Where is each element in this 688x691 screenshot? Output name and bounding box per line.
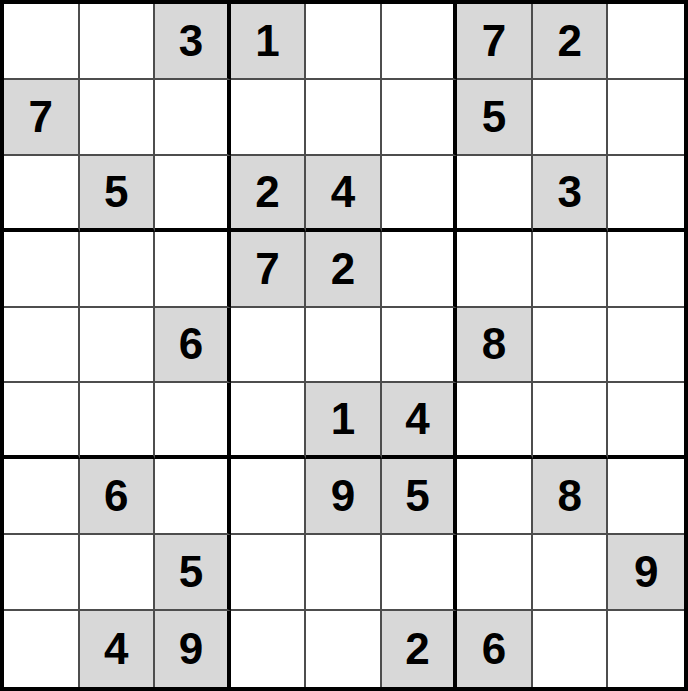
cell-r5c3: 6 — [155, 308, 231, 384]
cell-r5c9[interactable] — [608, 308, 684, 384]
cell-r5c5[interactable] — [306, 308, 382, 384]
cell-r7c8: 8 — [533, 459, 609, 535]
cell-r1c2[interactable] — [80, 4, 156, 80]
cell-r2c9[interactable] — [608, 80, 684, 156]
cell-r1c4: 1 — [231, 4, 307, 80]
cell-r2c3[interactable] — [155, 80, 231, 156]
cell-r4c3[interactable] — [155, 232, 231, 308]
cell-r3c4: 2 — [231, 156, 307, 232]
cell-r9c5[interactable] — [306, 611, 382, 687]
cell-r7c9[interactable] — [608, 459, 684, 535]
cell-r8c2[interactable] — [80, 535, 156, 611]
cell-r1c8: 2 — [533, 4, 609, 80]
cell-r9c9[interactable] — [608, 611, 684, 687]
cell-r2c1: 7 — [4, 80, 80, 156]
cell-r6c6: 4 — [382, 383, 458, 459]
sudoku-board: 31727552437268146958594926 — [0, 0, 688, 691]
cell-r3c1[interactable] — [4, 156, 80, 232]
cell-r9c1[interactable] — [4, 611, 80, 687]
cell-r1c1[interactable] — [4, 4, 80, 80]
cell-r4c8[interactable] — [533, 232, 609, 308]
cell-r1c6[interactable] — [382, 4, 458, 80]
cell-r8c6[interactable] — [382, 535, 458, 611]
cell-r7c2: 6 — [80, 459, 156, 535]
cell-r1c9[interactable] — [608, 4, 684, 80]
cell-r6c7[interactable] — [457, 383, 533, 459]
cell-r2c7: 5 — [457, 80, 533, 156]
cell-r4c1[interactable] — [4, 232, 80, 308]
cell-r4c5: 2 — [306, 232, 382, 308]
cell-r2c2[interactable] — [80, 80, 156, 156]
cell-r4c4: 7 — [231, 232, 307, 308]
cell-r6c9[interactable] — [608, 383, 684, 459]
cell-r5c2[interactable] — [80, 308, 156, 384]
cell-r6c5: 1 — [306, 383, 382, 459]
cell-r8c4[interactable] — [231, 535, 307, 611]
cell-r7c4[interactable] — [231, 459, 307, 535]
cell-r3c8: 3 — [533, 156, 609, 232]
cell-r7c3[interactable] — [155, 459, 231, 535]
cell-r4c9[interactable] — [608, 232, 684, 308]
cell-r8c8[interactable] — [533, 535, 609, 611]
cell-r1c3: 3 — [155, 4, 231, 80]
cell-r4c6[interactable] — [382, 232, 458, 308]
cell-r8c5[interactable] — [306, 535, 382, 611]
cell-r5c8[interactable] — [533, 308, 609, 384]
cell-r3c3[interactable] — [155, 156, 231, 232]
cell-r3c2: 5 — [80, 156, 156, 232]
cell-r9c3: 9 — [155, 611, 231, 687]
cell-r9c7: 6 — [457, 611, 533, 687]
cell-r5c7: 8 — [457, 308, 533, 384]
cell-r3c6[interactable] — [382, 156, 458, 232]
cell-r8c3: 5 — [155, 535, 231, 611]
cell-r8c9: 9 — [608, 535, 684, 611]
cell-r7c6: 5 — [382, 459, 458, 535]
cell-r1c5[interactable] — [306, 4, 382, 80]
cell-r7c5: 9 — [306, 459, 382, 535]
cell-r8c1[interactable] — [4, 535, 80, 611]
cell-r5c4[interactable] — [231, 308, 307, 384]
cell-r9c8[interactable] — [533, 611, 609, 687]
cell-r1c7: 7 — [457, 4, 533, 80]
cell-r7c7[interactable] — [457, 459, 533, 535]
cell-r9c4[interactable] — [231, 611, 307, 687]
cell-r3c5: 4 — [306, 156, 382, 232]
cell-r3c7[interactable] — [457, 156, 533, 232]
cell-r7c1[interactable] — [4, 459, 80, 535]
cell-r5c1[interactable] — [4, 308, 80, 384]
cell-r2c5[interactable] — [306, 80, 382, 156]
cell-r6c8[interactable] — [533, 383, 609, 459]
cell-r5c6[interactable] — [382, 308, 458, 384]
cell-r9c2: 4 — [80, 611, 156, 687]
cell-r6c2[interactable] — [80, 383, 156, 459]
cell-r6c1[interactable] — [4, 383, 80, 459]
cell-r8c7[interactable] — [457, 535, 533, 611]
cell-r2c4[interactable] — [231, 80, 307, 156]
cell-r9c6: 2 — [382, 611, 458, 687]
cell-r4c7[interactable] — [457, 232, 533, 308]
cell-r2c8[interactable] — [533, 80, 609, 156]
cell-r6c4[interactable] — [231, 383, 307, 459]
cell-r4c2[interactable] — [80, 232, 156, 308]
cell-r3c9[interactable] — [608, 156, 684, 232]
cell-r2c6[interactable] — [382, 80, 458, 156]
cell-r6c3[interactable] — [155, 383, 231, 459]
